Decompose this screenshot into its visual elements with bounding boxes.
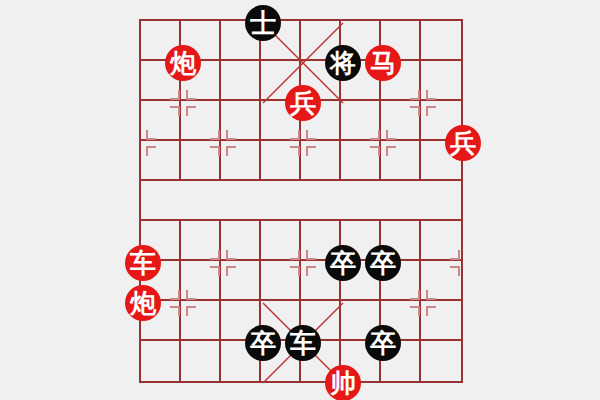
piece-glyph: 卒 — [370, 245, 396, 281]
board-cell — [301, 181, 341, 221]
piece-black-chariot[interactable]: 车 — [285, 325, 321, 361]
board-cell — [181, 221, 221, 261]
piece-glyph: 车 — [290, 325, 316, 361]
piece-glyph: 兵 — [450, 125, 476, 161]
piece-glyph: 卒 — [370, 325, 396, 361]
piece-red-cannon[interactable]: 炮 — [125, 285, 161, 321]
piece-black-general[interactable]: 将 — [325, 45, 361, 81]
piece-glyph: 将 — [330, 45, 356, 81]
board-cell — [301, 141, 341, 181]
board-cell — [181, 101, 221, 141]
board-cell — [261, 261, 301, 301]
board-cell — [381, 101, 421, 141]
board-cell — [221, 101, 261, 141]
board-cell — [181, 181, 221, 221]
piece-black-soldier[interactable]: 卒 — [325, 245, 361, 281]
board-cell — [221, 221, 261, 261]
board-cell — [181, 141, 221, 181]
page-background: 士炮将马兵兵车卒卒炮卒车卒帅 — [0, 0, 600, 400]
board-cell — [141, 141, 181, 181]
piece-glyph: 帅 — [330, 365, 356, 400]
board-cell — [221, 141, 261, 181]
board-cell — [141, 341, 181, 381]
piece-glyph: 车 — [130, 245, 156, 281]
board-cell — [381, 181, 421, 221]
piece-glyph: 炮 — [130, 285, 156, 321]
piece-glyph: 卒 — [250, 325, 276, 361]
piece-black-advisor[interactable]: 士 — [245, 5, 281, 41]
board-cell — [181, 341, 221, 381]
board-cell — [221, 181, 261, 221]
board-cell — [421, 301, 461, 341]
board-cell — [421, 261, 461, 301]
board-cell — [141, 181, 181, 221]
piece-black-soldier[interactable]: 卒 — [365, 245, 401, 281]
piece-red-general[interactable]: 帅 — [325, 365, 361, 400]
piece-glyph: 兵 — [290, 85, 316, 121]
piece-red-soldier[interactable]: 兵 — [445, 125, 481, 161]
piece-glyph: 马 — [370, 45, 396, 81]
piece-red-chariot[interactable]: 车 — [125, 245, 161, 281]
board-cell — [181, 301, 221, 341]
piece-red-soldier[interactable]: 兵 — [285, 85, 321, 121]
board-cell — [261, 221, 301, 261]
board-cell — [221, 261, 261, 301]
board-cell — [341, 101, 381, 141]
board-cell — [421, 221, 461, 261]
piece-black-soldier[interactable]: 卒 — [245, 325, 281, 361]
piece-glyph: 炮 — [170, 45, 196, 81]
piece-glyph: 士 — [250, 5, 276, 41]
board-cell — [221, 61, 261, 101]
board-cell — [261, 181, 301, 221]
piece-red-cannon[interactable]: 炮 — [165, 45, 201, 81]
board-cell — [421, 21, 461, 61]
board-cell — [421, 181, 461, 221]
board-cell — [421, 61, 461, 101]
board-cell — [381, 141, 421, 181]
board-cell — [181, 261, 221, 301]
board-cell — [261, 141, 301, 181]
board-cell — [341, 141, 381, 181]
piece-black-soldier[interactable]: 卒 — [365, 325, 401, 361]
piece-glyph: 卒 — [330, 245, 356, 281]
board-cell — [421, 341, 461, 381]
piece-red-horse[interactable]: 马 — [365, 45, 401, 81]
board-cell — [341, 181, 381, 221]
board-cell — [141, 101, 181, 141]
xiangqi-board[interactable]: 士炮将马兵兵车卒卒炮卒车卒帅 — [139, 19, 463, 383]
